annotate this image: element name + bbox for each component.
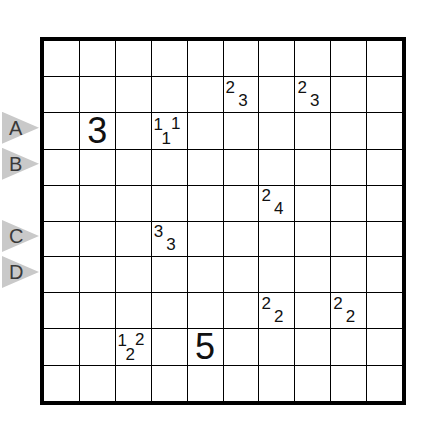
cell-r3c2[interactable] bbox=[116, 150, 151, 185]
cell-r2c9[interactable] bbox=[367, 113, 402, 149]
cell-r3c5[interactable] bbox=[224, 150, 259, 185]
tapa-clue-value: 4 bbox=[274, 200, 283, 217]
cell-r5c0[interactable] bbox=[44, 222, 79, 257]
cell-r0c3[interactable] bbox=[152, 41, 187, 76]
row-marker-label: D bbox=[9, 262, 23, 282]
cell-r9c1[interactable] bbox=[80, 366, 115, 401]
tapa-clue-value: 2 bbox=[135, 331, 144, 348]
cell-r3c0[interactable] bbox=[44, 150, 79, 185]
cell-r7c3[interactable] bbox=[152, 293, 187, 328]
row-marker-C: C bbox=[2, 220, 39, 252]
row-marker-A: A bbox=[2, 112, 39, 144]
cell-r0c2[interactable] bbox=[116, 41, 151, 76]
tapa-clue-value: 2 bbox=[226, 79, 235, 96]
cell-r7c0[interactable] bbox=[44, 293, 79, 328]
cell-r6c0[interactable] bbox=[44, 257, 79, 292]
cell-r4c9[interactable] bbox=[367, 186, 402, 221]
cell-r6c8[interactable] bbox=[331, 257, 366, 292]
cell-r0c0[interactable] bbox=[44, 41, 79, 76]
cell-r5c7[interactable] bbox=[295, 222, 330, 257]
cell-r8c3[interactable] bbox=[152, 329, 187, 365]
cell-r1c0[interactable] bbox=[44, 77, 79, 112]
cell-r4c0[interactable] bbox=[44, 186, 79, 221]
cell-r2c4[interactable] bbox=[188, 113, 223, 149]
cell-r6c6[interactable] bbox=[259, 257, 294, 292]
tapa-clue-value: 2 bbox=[261, 295, 270, 312]
row-marker-label: C bbox=[9, 226, 23, 246]
cell-r7c1[interactable] bbox=[80, 293, 115, 328]
cell-r1c4[interactable] bbox=[188, 77, 223, 112]
tapa-clue-value: 3 bbox=[154, 223, 163, 240]
cell-r8c7[interactable] bbox=[295, 329, 330, 365]
cell-r9c3[interactable] bbox=[152, 366, 187, 401]
cell-r9c7[interactable] bbox=[295, 366, 330, 401]
cell-r0c1[interactable] bbox=[80, 41, 115, 76]
cell-r4c2[interactable] bbox=[116, 186, 151, 221]
cell-r0c6[interactable] bbox=[259, 41, 294, 76]
cell-r5c6[interactable] bbox=[259, 222, 294, 257]
cell-r3c3[interactable] bbox=[152, 150, 187, 185]
tapa-clue-value: 2 bbox=[297, 79, 306, 96]
cell-r4c8[interactable] bbox=[331, 186, 366, 221]
cell-r1c5: 23 bbox=[224, 77, 259, 112]
tapa-clue-value: 5 bbox=[195, 329, 215, 365]
cell-r4c4[interactable] bbox=[188, 186, 223, 221]
cell-r1c7: 23 bbox=[295, 77, 330, 112]
tapa-clue-value: 3 bbox=[166, 236, 175, 253]
cell-r7c9[interactable] bbox=[367, 293, 402, 328]
cell-r5c9[interactable] bbox=[367, 222, 402, 257]
cell-r0c9[interactable] bbox=[367, 41, 402, 76]
cell-r7c4[interactable] bbox=[188, 293, 223, 328]
cell-r1c3[interactable] bbox=[152, 77, 187, 112]
cell-r2c6[interactable] bbox=[259, 113, 294, 149]
cell-r9c2[interactable] bbox=[116, 366, 151, 401]
cell-r2c2[interactable] bbox=[116, 113, 151, 149]
cell-r6c9[interactable] bbox=[367, 257, 402, 292]
cell-r8c2: 122 bbox=[116, 329, 151, 365]
cell-r3c1[interactable] bbox=[80, 150, 115, 185]
cell-r5c8[interactable] bbox=[331, 222, 366, 257]
cell-r8c0[interactable] bbox=[44, 329, 79, 365]
tapa-clue-value: 2 bbox=[333, 295, 342, 312]
cell-r8c8[interactable] bbox=[331, 329, 366, 365]
cell-r6c1[interactable] bbox=[80, 257, 115, 292]
cell-r3c6[interactable] bbox=[259, 150, 294, 185]
cell-r7c8: 22 bbox=[331, 293, 366, 328]
row-marker-label: B bbox=[9, 154, 22, 174]
cell-r3c4[interactable] bbox=[188, 150, 223, 185]
row-marker-label: A bbox=[9, 118, 22, 138]
cell-r5c4[interactable] bbox=[188, 222, 223, 257]
cell-r3c9[interactable] bbox=[367, 150, 402, 185]
cell-r8c6[interactable] bbox=[259, 329, 294, 365]
tapa-clue-value: 1 bbox=[161, 130, 170, 147]
tapa-clue-value: 3 bbox=[310, 92, 319, 109]
cell-r7c6: 22 bbox=[259, 293, 294, 328]
tapa-clue-value: 2 bbox=[261, 187, 270, 204]
cell-r1c1[interactable] bbox=[80, 77, 115, 112]
cell-r4c1[interactable] bbox=[80, 186, 115, 221]
row-marker-D: D bbox=[2, 256, 39, 288]
cell-r4c7[interactable] bbox=[295, 186, 330, 221]
cell-r5c1[interactable] bbox=[80, 222, 115, 257]
cell-r3c8[interactable] bbox=[331, 150, 366, 185]
cell-r2c5[interactable] bbox=[224, 113, 259, 149]
cell-r6c4[interactable] bbox=[188, 257, 223, 292]
cell-r9c0[interactable] bbox=[44, 366, 79, 401]
cell-r8c4: 5 bbox=[188, 329, 223, 365]
cell-r5c3: 33 bbox=[152, 222, 187, 257]
cell-r8c5[interactable] bbox=[224, 329, 259, 365]
cell-r9c6[interactable] bbox=[259, 366, 294, 401]
cell-r0c5[interactable] bbox=[224, 41, 259, 76]
cell-r0c8[interactable] bbox=[331, 41, 366, 76]
tapa-clue-value: 3 bbox=[238, 92, 247, 109]
cell-r3c7[interactable] bbox=[295, 150, 330, 185]
tapa-clue-value: 1 bbox=[171, 115, 180, 132]
cell-r1c6[interactable] bbox=[259, 77, 294, 112]
cell-r7c5[interactable] bbox=[224, 293, 259, 328]
tapa-clue-value: 2 bbox=[126, 346, 135, 363]
cell-r0c7[interactable] bbox=[295, 41, 330, 76]
cell-r1c9[interactable] bbox=[367, 77, 402, 112]
cell-r8c9[interactable] bbox=[367, 329, 402, 365]
tapa-clue-value: 2 bbox=[346, 308, 355, 325]
cell-r4c5[interactable] bbox=[224, 186, 259, 221]
cell-r7c7[interactable] bbox=[295, 293, 330, 328]
cell-r6c2[interactable] bbox=[116, 257, 151, 292]
cell-r2c0[interactable] bbox=[44, 113, 79, 149]
cell-r2c3: 111 bbox=[152, 113, 187, 149]
board-grid: 23233111243322221225 bbox=[40, 37, 406, 405]
cell-r9c4[interactable] bbox=[188, 366, 223, 401]
tapa-clue-value: 3 bbox=[87, 113, 107, 149]
cell-r6c3[interactable] bbox=[152, 257, 187, 292]
cell-r1c8[interactable] bbox=[331, 77, 366, 112]
cell-r7c2[interactable] bbox=[116, 293, 151, 328]
cell-r6c7[interactable] bbox=[295, 257, 330, 292]
cell-r6c5[interactable] bbox=[224, 257, 259, 292]
cell-r0c4[interactable] bbox=[188, 41, 223, 76]
cell-r8c1[interactable] bbox=[80, 329, 115, 365]
cell-r5c5[interactable] bbox=[224, 222, 259, 257]
cell-r9c8[interactable] bbox=[331, 366, 366, 401]
cell-r2c1: 3 bbox=[80, 113, 115, 149]
puzzle-canvas: 23233111243322221225 ABCD bbox=[0, 0, 445, 440]
cell-r2c7[interactable] bbox=[295, 113, 330, 149]
cell-r5c2[interactable] bbox=[116, 222, 151, 257]
row-marker-B: B bbox=[2, 148, 39, 180]
cell-r9c9[interactable] bbox=[367, 366, 402, 401]
tapa-clue-value: 2 bbox=[274, 308, 283, 325]
cell-r2c8[interactable] bbox=[331, 113, 366, 149]
cell-r1c2[interactable] bbox=[116, 77, 151, 112]
cell-r4c3[interactable] bbox=[152, 186, 187, 221]
cell-r4c6: 24 bbox=[259, 186, 294, 221]
cell-r9c5[interactable] bbox=[224, 366, 259, 401]
